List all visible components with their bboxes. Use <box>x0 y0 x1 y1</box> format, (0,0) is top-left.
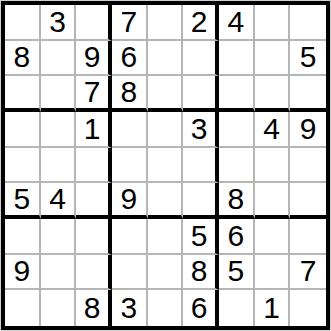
cell-r9c1[interactable] <box>5 290 41 326</box>
cell-r3c1[interactable] <box>5 76 41 112</box>
cell-r1c5[interactable] <box>148 5 184 41</box>
cell-r4c9[interactable]: 9 <box>290 112 326 148</box>
cell-r1c1[interactable] <box>5 5 41 41</box>
cell-r8c8[interactable] <box>255 255 291 291</box>
sudoku-frame: 3724896578134954985698578361 <box>0 0 331 331</box>
cell-r3c3[interactable]: 7 <box>76 76 112 112</box>
cell-r3c5[interactable] <box>148 76 184 112</box>
cell-r3c6[interactable] <box>183 76 219 112</box>
cell-r7c6[interactable]: 5 <box>183 219 219 255</box>
cell-r2c5[interactable] <box>148 41 184 77</box>
cell-r8c1[interactable]: 9 <box>5 255 41 291</box>
cell-r9c7[interactable] <box>219 290 255 326</box>
sudoku-board: 3724896578134954985698578361 <box>1 1 330 330</box>
cell-r1c2[interactable]: 3 <box>41 5 77 41</box>
cell-r8c2[interactable] <box>41 255 77 291</box>
cell-r1c8[interactable] <box>255 5 291 41</box>
cell-r3c2[interactable] <box>41 76 77 112</box>
cell-r7c4[interactable] <box>112 219 148 255</box>
cell-r6c2[interactable]: 4 <box>41 183 77 219</box>
cell-r6c8[interactable] <box>255 183 291 219</box>
cell-r5c7[interactable] <box>219 148 255 184</box>
cell-r4c1[interactable] <box>5 112 41 148</box>
cell-r2c4[interactable]: 6 <box>112 41 148 77</box>
cell-r7c7[interactable]: 6 <box>219 219 255 255</box>
cell-r6c1[interactable]: 5 <box>5 183 41 219</box>
cell-r1c4[interactable]: 7 <box>112 5 148 41</box>
cell-r9c9[interactable] <box>290 290 326 326</box>
cell-r2c1[interactable]: 8 <box>5 41 41 77</box>
cell-r6c6[interactable] <box>183 183 219 219</box>
cell-r4c3[interactable]: 1 <box>76 112 112 148</box>
cell-r3c7[interactable] <box>219 76 255 112</box>
cell-r8c5[interactable] <box>148 255 184 291</box>
cell-r1c3[interactable] <box>76 5 112 41</box>
cell-r8c9[interactable]: 7 <box>290 255 326 291</box>
cell-r2c2[interactable] <box>41 41 77 77</box>
cell-r6c3[interactable] <box>76 183 112 219</box>
cell-r4c8[interactable]: 4 <box>255 112 291 148</box>
cell-r1c9[interactable] <box>290 5 326 41</box>
cell-r8c3[interactable] <box>76 255 112 291</box>
cell-r7c3[interactable] <box>76 219 112 255</box>
cell-r9c2[interactable] <box>41 290 77 326</box>
cell-r4c5[interactable] <box>148 112 184 148</box>
cell-r7c5[interactable] <box>148 219 184 255</box>
cell-r2c6[interactable] <box>183 41 219 77</box>
cell-r7c9[interactable] <box>290 219 326 255</box>
cell-r2c8[interactable] <box>255 41 291 77</box>
cell-r2c9[interactable]: 5 <box>290 41 326 77</box>
cell-r9c5[interactable] <box>148 290 184 326</box>
cell-r9c4[interactable]: 3 <box>112 290 148 326</box>
cell-r1c6[interactable]: 2 <box>183 5 219 41</box>
cell-r1c7[interactable]: 4 <box>219 5 255 41</box>
cell-r5c8[interactable] <box>255 148 291 184</box>
cell-r6c7[interactable]: 8 <box>219 183 255 219</box>
cell-r5c5[interactable] <box>148 148 184 184</box>
cell-r4c6[interactable]: 3 <box>183 112 219 148</box>
cell-r2c3[interactable]: 9 <box>76 41 112 77</box>
cell-r6c9[interactable] <box>290 183 326 219</box>
cell-r3c8[interactable] <box>255 76 291 112</box>
cell-r9c8[interactable]: 1 <box>255 290 291 326</box>
cell-r4c2[interactable] <box>41 112 77 148</box>
cell-r8c7[interactable]: 5 <box>219 255 255 291</box>
cell-r4c4[interactable] <box>112 112 148 148</box>
cell-r4c7[interactable] <box>219 112 255 148</box>
cell-r5c3[interactable] <box>76 148 112 184</box>
cell-r2c7[interactable] <box>219 41 255 77</box>
cell-r3c4[interactable]: 8 <box>112 76 148 112</box>
cell-r8c6[interactable]: 8 <box>183 255 219 291</box>
cell-r6c4[interactable]: 9 <box>112 183 148 219</box>
cell-r6c5[interactable] <box>148 183 184 219</box>
cell-r8c4[interactable] <box>112 255 148 291</box>
cell-r5c6[interactable] <box>183 148 219 184</box>
cell-r3c9[interactable] <box>290 76 326 112</box>
cell-r7c1[interactable] <box>5 219 41 255</box>
cell-r5c2[interactable] <box>41 148 77 184</box>
cell-r7c8[interactable] <box>255 219 291 255</box>
cell-r5c4[interactable] <box>112 148 148 184</box>
cell-r5c9[interactable] <box>290 148 326 184</box>
cell-r7c2[interactable] <box>41 219 77 255</box>
cell-r9c6[interactable]: 6 <box>183 290 219 326</box>
cell-r5c1[interactable] <box>5 148 41 184</box>
cell-r9c3[interactable]: 8 <box>76 290 112 326</box>
